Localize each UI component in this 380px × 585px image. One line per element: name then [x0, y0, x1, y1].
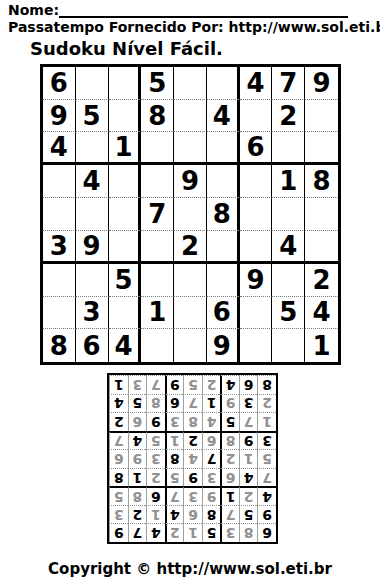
solution-cell-r3c9: 5 [109, 486, 128, 505]
cell-r6c1[interactable]: 3 [43, 231, 76, 264]
solution-cell-r1c1: 6 [257, 523, 276, 542]
solution-cell-r2c4: 8 [202, 505, 221, 524]
solution-cell-r1c5: 1 [183, 523, 202, 542]
cell-r7c4[interactable] [141, 264, 174, 297]
solution-cell-r1c2: 8 [239, 523, 258, 542]
solution-cell-r9c2: 6 [239, 375, 258, 394]
cell-r4c2[interactable]: 4 [76, 165, 109, 198]
cell-r6c7[interactable] [240, 231, 273, 264]
cell-r1c3[interactable] [109, 67, 142, 100]
solution-cell-r8c4: 1 [202, 394, 221, 413]
solution-cell-r1c9: 9 [109, 523, 128, 542]
solution-cell-r2c5: 6 [183, 505, 202, 524]
cell-r8c8[interactable]: 5 [272, 297, 305, 330]
solution-cell-r2c7: 1 [146, 505, 165, 524]
solution-cell-r3c4: 9 [202, 486, 221, 505]
solution-cell-r2c3: 7 [220, 505, 239, 524]
cell-r8c6[interactable]: 6 [207, 297, 240, 330]
cell-r8c9[interactable]: 4 [305, 297, 338, 330]
solution-cell-r4c6: 5 [165, 468, 184, 487]
cell-r8c5[interactable] [174, 297, 207, 330]
cell-r7c9[interactable]: 2 [305, 264, 338, 297]
solution-cell-r7c3: 5 [220, 412, 239, 431]
name-row: Nome: [8, 1, 348, 19]
cell-r8c4[interactable]: 1 [141, 297, 174, 330]
cell-r8c3[interactable] [109, 297, 142, 330]
cell-r3c7[interactable]: 6 [240, 132, 273, 165]
solution-cell-r9c7: 7 [146, 375, 165, 394]
solution-cell-r9c1: 8 [257, 375, 276, 394]
cell-r7c5[interactable] [174, 264, 207, 297]
solution-cell-r7c6: 3 [165, 412, 184, 431]
solution-cell-r4c9: 8 [109, 468, 128, 487]
cell-r5c6[interactable]: 8 [207, 198, 240, 231]
cell-r8c2[interactable]: 3 [76, 297, 109, 330]
solution-cell-r5c3: 2 [220, 449, 239, 468]
cell-r5c9[interactable] [305, 198, 338, 231]
solution-cell-r4c7: 2 [146, 468, 165, 487]
cell-r7c6[interactable] [207, 264, 240, 297]
provider-line: Passatempo Fornecido Por: http://www.sol… [8, 19, 380, 35]
cell-r6c6[interactable] [207, 231, 240, 264]
solution-cell-r4c1: 7 [257, 468, 276, 487]
solution-cell-r7c1: 1 [257, 412, 276, 431]
solution-cell-r1c3: 3 [220, 523, 239, 542]
solution-cell-r3c5: 3 [183, 486, 202, 505]
cell-r9c2[interactable]: 6 [76, 329, 109, 362]
solution-cell-r7c9: 2 [109, 412, 128, 431]
solution-cell-r6c1: 3 [257, 431, 276, 450]
solution-cell-r8c9: 4 [109, 394, 128, 413]
cell-r5c7[interactable] [240, 198, 273, 231]
cell-r6c2[interactable]: 9 [76, 231, 109, 264]
solution-cell-r6c8: 4 [128, 431, 147, 450]
cell-r2c4[interactable]: 8 [141, 100, 174, 133]
cell-r1c1[interactable]: 6 [43, 67, 76, 100]
solution-cell-r6c5: 2 [183, 431, 202, 450]
solution-cell-r3c2: 2 [239, 486, 258, 505]
solution-cell-r5c8: 9 [128, 449, 147, 468]
cell-r2c7[interactable] [240, 100, 273, 133]
solution-cell-r5c1: 5 [257, 449, 276, 468]
solution-cell-r6c4: 6 [202, 431, 221, 450]
solution-cell-r9c3: 4 [220, 375, 239, 394]
cell-r6c5[interactable]: 2 [174, 231, 207, 264]
cell-r2c9[interactable] [305, 100, 338, 133]
cell-r4c1[interactable] [43, 165, 76, 198]
solution-cell-r4c3: 6 [220, 468, 239, 487]
solution-cell-r9c8: 3 [128, 375, 147, 394]
cell-r6c9[interactable] [305, 231, 338, 264]
solution-cell-r3c3: 1 [220, 486, 239, 505]
cell-r3c4[interactable] [141, 132, 174, 165]
cell-r2c1[interactable]: 9 [43, 100, 76, 133]
solution-cell-r8c1: 2 [257, 394, 276, 413]
cell-r3c8[interactable] [272, 132, 305, 165]
cell-r5c4[interactable]: 7 [141, 198, 174, 231]
solution-cell-r6c6: 1 [165, 431, 184, 450]
solution-cell-r5c6: 8 [165, 449, 184, 468]
solution-cell-r6c3: 8 [220, 431, 239, 450]
solution-cell-r3c6: 7 [165, 486, 184, 505]
cell-r4c7[interactable] [240, 165, 273, 198]
solution-cell-r1c7: 4 [146, 523, 165, 542]
solution-cell-r1c4: 5 [202, 523, 221, 542]
solution-cell-r3c7: 6 [146, 486, 165, 505]
cell-r7c8[interactable] [272, 264, 305, 297]
solution-cell-r6c2: 9 [239, 431, 258, 450]
solution-cell-r9c6: 9 [165, 375, 184, 394]
cell-r5c8[interactable] [272, 198, 305, 231]
cell-r3c5[interactable] [174, 132, 207, 165]
solution-cell-r5c9: 6 [109, 449, 128, 468]
solution-cell-r7c5: 8 [183, 412, 202, 431]
cell-r1c6[interactable] [207, 67, 240, 100]
cell-r3c2[interactable] [76, 132, 109, 165]
cell-r1c7[interactable]: 4 [240, 67, 273, 100]
cell-r3c1[interactable]: 4 [43, 132, 76, 165]
cell-r4c4[interactable] [141, 165, 174, 198]
solution-grid-rotated: 6835124799578641234219376857463952185127… [107, 373, 278, 544]
cell-r6c4[interactable] [141, 231, 174, 264]
cell-r9c1[interactable]: 8 [43, 329, 76, 362]
solution-cell-r4c2: 4 [239, 468, 258, 487]
solution-cell-r6c9: 7 [109, 431, 128, 450]
cell-r9c7[interactable] [240, 329, 273, 362]
cell-r3c6[interactable] [207, 132, 240, 165]
cell-r9c4[interactable] [141, 329, 174, 362]
solution-cell-r3c1: 4 [257, 486, 276, 505]
cell-r4c8[interactable]: 1 [272, 165, 305, 198]
solution-cell-r2c9: 3 [109, 505, 128, 524]
solution-cell-r5c7: 3 [146, 449, 165, 468]
cell-r5c3[interactable] [109, 198, 142, 231]
solution-cell-r4c4: 3 [202, 468, 221, 487]
cell-r6c3[interactable] [109, 231, 142, 264]
solution-cell-r8c3: 9 [220, 394, 239, 413]
solution-cell-r1c8: 7 [128, 523, 147, 542]
solution-cell-r2c8: 2 [128, 505, 147, 524]
solution-cell-r8c5: 7 [183, 394, 202, 413]
cell-r1c8[interactable]: 7 [272, 67, 305, 100]
cell-r7c3[interactable]: 5 [109, 264, 142, 297]
cell-r9c9[interactable]: 1 [305, 329, 338, 362]
cell-r1c2[interactable] [76, 67, 109, 100]
cell-r9c8[interactable] [272, 329, 305, 362]
solution-cell-r4c8: 1 [128, 468, 147, 487]
solution-cell-r9c9: 1 [109, 375, 128, 394]
solution-cell-r2c6: 4 [165, 505, 184, 524]
solution-cell-r6c7: 5 [146, 431, 165, 450]
cell-r3c3[interactable]: 1 [109, 132, 142, 165]
name-blank-line [59, 16, 348, 18]
cell-r4c5[interactable]: 9 [174, 165, 207, 198]
solution-cell-r9c4: 2 [202, 375, 221, 394]
cell-r9c6[interactable]: 9 [207, 329, 240, 362]
cell-r9c3[interactable]: 4 [109, 329, 142, 362]
solution-cell-r2c1: 9 [257, 505, 276, 524]
cell-r2c3[interactable] [109, 100, 142, 133]
copyright-text: Copyright © http://www.sol.eti.br [0, 560, 380, 578]
solution-cell-r7c4: 4 [202, 412, 221, 431]
solution-cell-r3c8: 8 [128, 486, 147, 505]
sudoku-grid: 654799584241649187839245923165486491 [40, 64, 341, 365]
cell-r4c6[interactable] [207, 165, 240, 198]
name-label: Nome: [8, 2, 59, 19]
solution-cell-r4c5: 9 [183, 468, 202, 487]
cell-r2c8[interactable]: 2 [272, 100, 305, 133]
solution-cell-r8c2: 3 [239, 394, 258, 413]
solution-cell-r8c8: 5 [128, 394, 147, 413]
solution-cell-r7c7: 9 [146, 412, 165, 431]
cell-r8c1[interactable] [43, 297, 76, 330]
solution-cell-r5c4: 7 [202, 449, 221, 468]
solution-cell-r5c5: 4 [183, 449, 202, 468]
cell-r7c2[interactable] [76, 264, 109, 297]
solution-cell-r9c5: 5 [183, 375, 202, 394]
cell-r6c8[interactable]: 4 [272, 231, 305, 264]
cell-r9c5[interactable] [174, 329, 207, 362]
cell-r1c9[interactable]: 9 [305, 67, 338, 100]
cell-r2c6[interactable]: 4 [207, 100, 240, 133]
solution-cell-r8c7: 8 [146, 394, 165, 413]
cell-r3c9[interactable] [305, 132, 338, 165]
solution-cell-r8c6: 6 [165, 394, 184, 413]
solution-cell-r7c8: 6 [128, 412, 147, 431]
cell-r2c2[interactable]: 5 [76, 100, 109, 133]
cell-r5c5[interactable] [174, 198, 207, 231]
solution-cell-r1c6: 2 [165, 523, 184, 542]
cell-r8c7[interactable] [240, 297, 273, 330]
cell-r4c9[interactable]: 8 [305, 165, 338, 198]
cell-r5c2[interactable] [76, 198, 109, 231]
solution-cell-r7c2: 7 [239, 412, 258, 431]
solution-cell-r2c2: 5 [239, 505, 258, 524]
cell-r1c5[interactable] [174, 67, 207, 100]
cell-r1c4[interactable]: 5 [141, 67, 174, 100]
cell-r7c7[interactable]: 9 [240, 264, 273, 297]
cell-r4c3[interactable] [109, 165, 142, 198]
cell-r5c1[interactable] [43, 198, 76, 231]
cell-r7c1[interactable] [43, 264, 76, 297]
cell-r2c5[interactable] [174, 100, 207, 133]
page-title: Sudoku Nível Fácil. [30, 38, 223, 59]
solution-cell-r5c2: 1 [239, 449, 258, 468]
